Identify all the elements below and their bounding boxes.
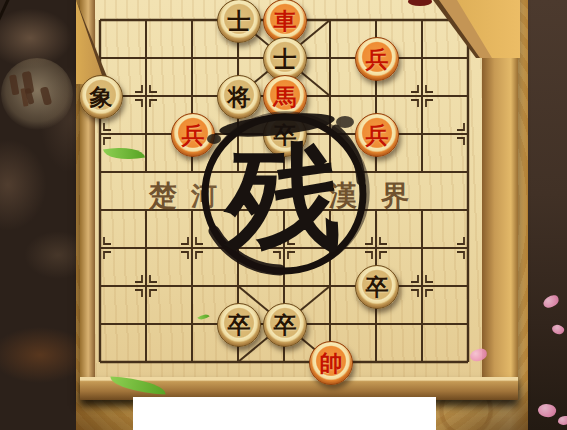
piece-character: 士 <box>274 48 297 71</box>
piece-character: 卒 <box>274 124 297 147</box>
piece-black-soldier-3[interactable]: 卒 <box>217 303 261 347</box>
piece-character: 士 <box>228 10 251 33</box>
piece-black-soldier-1[interactable]: 卒 <box>263 113 307 157</box>
piece-character: 兵 <box>182 124 205 147</box>
river-label-he: 河 <box>190 181 217 211</box>
piece-character: 兵 <box>366 124 389 147</box>
river-label-jie: 界 <box>380 179 409 212</box>
piece-character: 兵 <box>366 48 389 71</box>
piece-red-soldier-2[interactable]: 兵 <box>171 113 215 157</box>
piece-black-elephant[interactable]: 象 <box>79 75 123 119</box>
piece-red-soldier-1[interactable]: 兵 <box>355 37 399 81</box>
piece-red-general[interactable]: 帥 <box>309 341 353 385</box>
piece-black-soldier-2[interactable]: 卒 <box>355 265 399 309</box>
piece-black-general[interactable]: 将 <box>217 75 261 119</box>
piece-character: 卒 <box>366 276 389 299</box>
right-background-texture <box>528 0 567 430</box>
piece-character: 象 <box>90 86 113 109</box>
seal-emblem-decoration <box>1 58 73 130</box>
piece-character: 卒 <box>274 314 297 337</box>
petal-decoration <box>558 416 567 425</box>
seal-glyph-mark <box>22 71 35 94</box>
seal-glyph-mark <box>40 86 52 105</box>
piece-black-soldier-4[interactable]: 卒 <box>263 303 307 347</box>
piece-character: 将 <box>228 86 251 109</box>
piece-black-advisor-1[interactable]: 士 <box>217 0 261 43</box>
piece-character: 卒 <box>228 314 251 337</box>
xiangqi-endgame-screen: 楚 河 漢 界 士車士兵象将馬兵卒兵卒卒卒帥 残 <box>0 0 567 430</box>
river-label-chu: 楚 <box>148 179 177 212</box>
river-label-han: 漢 <box>328 179 357 212</box>
bottom-white-panel <box>133 397 436 430</box>
piece-character: 馬 <box>274 86 297 109</box>
piece-red-soldier-3[interactable]: 兵 <box>355 113 399 157</box>
piece-character: 帥 <box>320 352 343 375</box>
piece-character: 車 <box>274 10 297 33</box>
